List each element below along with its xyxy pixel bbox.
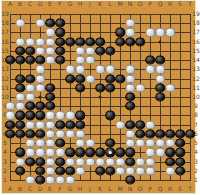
column-label-bottom: C bbox=[28, 186, 32, 192]
black-stone bbox=[115, 37, 125, 46]
white-stone bbox=[15, 102, 25, 111]
white-stone bbox=[125, 19, 135, 28]
white-stone bbox=[55, 148, 65, 157]
white-stone bbox=[45, 166, 55, 175]
white-stone bbox=[65, 129, 75, 138]
column-label-bottom: L bbox=[108, 186, 111, 192]
black-stone bbox=[125, 92, 135, 101]
black-stone bbox=[75, 74, 85, 83]
black-stone bbox=[55, 28, 65, 37]
row-label-left: 16 bbox=[1, 39, 9, 45]
black-stone bbox=[155, 129, 165, 138]
row-label-right: 8 bbox=[194, 112, 198, 118]
white-stone bbox=[35, 83, 45, 92]
white-stone bbox=[145, 120, 155, 129]
row-label-left: 18 bbox=[1, 20, 9, 26]
white-stone bbox=[85, 139, 95, 148]
white-stone bbox=[35, 37, 45, 46]
black-stone bbox=[155, 56, 165, 65]
black-stone bbox=[105, 166, 115, 175]
black-stone bbox=[95, 46, 105, 55]
white-stone bbox=[75, 129, 85, 138]
column-label-bottom: H bbox=[78, 186, 83, 192]
column-label-bottom: D bbox=[38, 186, 43, 192]
black-stone bbox=[65, 37, 75, 46]
black-stone bbox=[15, 74, 25, 83]
black-stone bbox=[85, 148, 95, 157]
row-label-right: 16 bbox=[192, 39, 200, 45]
black-stone bbox=[175, 139, 185, 148]
black-stone bbox=[55, 46, 65, 55]
row-label-right: 15 bbox=[192, 48, 200, 54]
white-stone bbox=[65, 111, 75, 120]
white-stone bbox=[25, 175, 35, 184]
black-stone bbox=[95, 83, 105, 92]
white-stone bbox=[75, 157, 85, 166]
white-stone bbox=[115, 166, 125, 175]
white-stone bbox=[45, 129, 55, 138]
black-stone bbox=[95, 37, 105, 46]
white-stone bbox=[25, 120, 35, 129]
white-stone bbox=[125, 166, 135, 175]
white-stone bbox=[25, 139, 35, 148]
black-stone bbox=[175, 157, 185, 166]
black-stone bbox=[155, 92, 165, 101]
row-label-right: 5 bbox=[194, 140, 198, 146]
white-stone bbox=[125, 139, 135, 148]
black-stone bbox=[105, 46, 115, 55]
column-label-bottom: F bbox=[58, 186, 61, 192]
row-label-right: 19 bbox=[192, 11, 200, 17]
black-stone bbox=[75, 83, 85, 92]
white-stone bbox=[85, 157, 95, 166]
row-label-left: 10 bbox=[1, 94, 9, 100]
column-label-top: C bbox=[28, 1, 32, 7]
white-stone bbox=[125, 83, 135, 92]
row-label-right: 10 bbox=[192, 94, 200, 100]
white-stone bbox=[45, 37, 55, 46]
black-stone bbox=[125, 37, 135, 46]
black-stone bbox=[75, 148, 85, 157]
white-stone bbox=[125, 65, 135, 74]
white-stone bbox=[25, 148, 35, 157]
column-label-top: B bbox=[18, 1, 22, 7]
white-stone bbox=[15, 157, 25, 166]
white-stone bbox=[155, 148, 165, 157]
row-label-right: 14 bbox=[192, 57, 200, 63]
column-label-top: E bbox=[48, 1, 52, 7]
black-stone bbox=[125, 102, 135, 111]
row-label-right: 13 bbox=[192, 66, 200, 72]
column-label-top: J bbox=[89, 1, 91, 7]
black-stone bbox=[125, 120, 135, 129]
black-stone bbox=[125, 148, 135, 157]
white-stone bbox=[15, 92, 25, 101]
black-stone bbox=[15, 148, 25, 157]
column-label-top: K bbox=[98, 1, 102, 7]
column-label-top: G bbox=[68, 1, 73, 7]
column-label-bottom: A bbox=[8, 186, 12, 192]
black-stone bbox=[35, 111, 45, 120]
column-label-bottom: B bbox=[18, 186, 22, 192]
column-label-bottom: K bbox=[98, 186, 102, 192]
column-label-top: H bbox=[78, 1, 83, 7]
row-label-left: 3 bbox=[3, 159, 7, 165]
white-stone bbox=[25, 92, 35, 101]
column-label-top: M bbox=[117, 1, 122, 7]
white-stone bbox=[15, 37, 25, 46]
white-stone bbox=[5, 111, 15, 120]
black-stone bbox=[15, 46, 25, 55]
grid-line-vertical bbox=[190, 14, 191, 181]
black-stone bbox=[135, 120, 145, 129]
black-stone bbox=[55, 166, 65, 175]
black-stone bbox=[15, 56, 25, 65]
white-stone bbox=[145, 157, 155, 166]
column-label-bottom: G bbox=[68, 186, 73, 192]
white-stone bbox=[135, 83, 145, 92]
white-stone bbox=[115, 157, 125, 166]
black-stone bbox=[15, 111, 25, 120]
black-stone bbox=[25, 74, 35, 83]
white-stone bbox=[45, 46, 55, 55]
column-label-bottom: S bbox=[178, 186, 182, 192]
white-stone bbox=[35, 19, 45, 28]
row-label-left: 13 bbox=[1, 66, 9, 72]
white-stone bbox=[35, 46, 45, 55]
column-label-top: Q bbox=[158, 1, 163, 7]
column-label-bottom: E bbox=[48, 186, 52, 192]
white-stone bbox=[75, 166, 85, 175]
black-stone bbox=[145, 129, 155, 138]
white-stone bbox=[125, 28, 135, 37]
black-stone bbox=[55, 157, 65, 166]
black-stone bbox=[15, 129, 25, 138]
black-stone bbox=[15, 120, 25, 129]
white-stone bbox=[165, 166, 175, 175]
black-stone bbox=[35, 102, 45, 111]
black-stone bbox=[105, 139, 115, 148]
black-stone bbox=[55, 139, 65, 148]
white-stone bbox=[75, 46, 85, 55]
black-stone bbox=[25, 111, 35, 120]
white-stone bbox=[165, 28, 175, 37]
row-label-left: 4 bbox=[3, 149, 7, 155]
black-stone bbox=[55, 120, 65, 129]
column-label-top: N bbox=[128, 1, 133, 7]
black-stone bbox=[65, 74, 75, 83]
column-label-top: A bbox=[8, 1, 12, 7]
black-stone bbox=[15, 166, 25, 175]
black-stone bbox=[125, 175, 135, 184]
row-label-right: 18 bbox=[192, 20, 200, 26]
star-point bbox=[39, 95, 42, 98]
white-stone bbox=[65, 157, 75, 166]
white-stone bbox=[45, 148, 55, 157]
black-stone bbox=[25, 56, 35, 65]
white-stone bbox=[115, 120, 125, 129]
white-stone bbox=[15, 19, 25, 28]
black-stone bbox=[95, 148, 105, 157]
white-stone bbox=[45, 111, 55, 120]
black-stone bbox=[75, 37, 85, 46]
white-stone bbox=[135, 166, 145, 175]
white-stone bbox=[165, 83, 175, 92]
white-stone bbox=[35, 148, 45, 157]
black-stone bbox=[105, 83, 115, 92]
row-label-right: 3 bbox=[194, 159, 198, 165]
row-label-left: 17 bbox=[1, 29, 9, 35]
row-label-left: 11 bbox=[1, 85, 9, 91]
row-label-right: 11 bbox=[192, 85, 200, 91]
black-stone bbox=[165, 129, 175, 138]
row-label-right: 7 bbox=[194, 122, 198, 128]
white-stone bbox=[85, 74, 95, 83]
row-label-right: 1 bbox=[194, 177, 198, 183]
black-stone bbox=[35, 157, 45, 166]
column-label-top: P bbox=[148, 1, 152, 7]
white-stone bbox=[45, 120, 55, 129]
column-label-bottom: T bbox=[188, 186, 192, 192]
white-stone bbox=[155, 139, 165, 148]
black-stone bbox=[185, 129, 195, 138]
white-stone bbox=[65, 65, 75, 74]
black-stone bbox=[105, 111, 115, 120]
white-stone bbox=[135, 157, 145, 166]
star-point bbox=[99, 95, 102, 98]
black-stone bbox=[25, 129, 35, 138]
white-stone bbox=[135, 139, 145, 148]
white-stone bbox=[105, 157, 115, 166]
row-label-right: 12 bbox=[192, 76, 200, 82]
column-label-top: T bbox=[188, 1, 192, 7]
column-label-top: R bbox=[168, 1, 172, 7]
white-stone bbox=[45, 56, 55, 65]
black-stone bbox=[75, 111, 85, 120]
black-stone bbox=[155, 83, 165, 92]
column-label-bottom: P bbox=[148, 186, 152, 192]
white-stone bbox=[25, 37, 35, 46]
column-label-top: S bbox=[178, 1, 182, 7]
black-stone bbox=[135, 37, 145, 46]
black-stone bbox=[35, 175, 45, 184]
white-stone bbox=[85, 56, 95, 65]
white-stone bbox=[125, 129, 135, 138]
white-stone bbox=[75, 65, 85, 74]
black-stone bbox=[5, 120, 15, 129]
column-label-bottom: M bbox=[117, 186, 122, 192]
row-label-left: 12 bbox=[1, 76, 9, 82]
black-stone bbox=[105, 148, 115, 157]
row-label-right: 4 bbox=[194, 149, 198, 155]
black-stone bbox=[25, 102, 35, 111]
black-stone bbox=[45, 19, 55, 28]
row-label-right: 17 bbox=[192, 29, 200, 35]
white-stone bbox=[55, 129, 65, 138]
column-label-top: O bbox=[138, 1, 143, 7]
star-point bbox=[159, 40, 162, 43]
white-stone bbox=[95, 65, 105, 74]
black-stone bbox=[45, 102, 55, 111]
black-stone bbox=[55, 56, 65, 65]
white-stone bbox=[35, 74, 45, 83]
black-stone bbox=[95, 166, 105, 175]
go-board-screen: AA1919BB1818CC1717DD1616EE1515FF1414GG13… bbox=[0, 0, 200, 195]
row-label-left: 15 bbox=[1, 48, 9, 54]
row-label-left: 1 bbox=[3, 177, 7, 183]
white-stone bbox=[75, 56, 85, 65]
column-label-top: L bbox=[108, 1, 111, 7]
row-label-left: 19 bbox=[1, 11, 9, 17]
black-stone bbox=[35, 56, 45, 65]
black-stone bbox=[135, 129, 145, 138]
black-stone bbox=[165, 148, 175, 157]
white-stone bbox=[55, 175, 65, 184]
black-stone bbox=[115, 74, 125, 83]
black-stone bbox=[175, 129, 185, 138]
row-label-left: 5 bbox=[3, 140, 7, 146]
white-stone bbox=[45, 157, 55, 166]
white-stone bbox=[155, 65, 165, 74]
black-stone bbox=[125, 157, 135, 166]
black-stone bbox=[55, 37, 65, 46]
black-stone bbox=[45, 92, 55, 101]
white-stone bbox=[165, 139, 175, 148]
black-stone bbox=[35, 166, 45, 175]
white-stone bbox=[35, 120, 45, 129]
black-stone bbox=[5, 129, 15, 138]
white-stone bbox=[145, 166, 155, 175]
column-label-bottom: N bbox=[128, 186, 133, 192]
black-stone bbox=[175, 148, 185, 157]
white-stone bbox=[85, 46, 95, 55]
white-stone bbox=[95, 157, 105, 166]
column-label-top: D bbox=[38, 1, 43, 7]
last-move-marker bbox=[109, 151, 112, 154]
black-stone bbox=[115, 148, 125, 157]
white-stone bbox=[45, 28, 55, 37]
black-stone bbox=[25, 46, 35, 55]
white-stone bbox=[25, 83, 35, 92]
black-stone bbox=[65, 166, 75, 175]
black-stone bbox=[45, 83, 55, 92]
black-stone bbox=[25, 157, 35, 166]
white-stone bbox=[145, 139, 155, 148]
white-stone bbox=[125, 74, 135, 83]
white-stone bbox=[55, 111, 65, 120]
black-stone bbox=[65, 148, 75, 157]
black-stone bbox=[75, 120, 85, 129]
black-stone bbox=[65, 120, 75, 129]
white-stone bbox=[145, 148, 155, 157]
black-stone bbox=[15, 83, 25, 92]
black-stone bbox=[55, 19, 65, 28]
white-stone bbox=[145, 65, 155, 74]
black-stone bbox=[145, 56, 155, 65]
white-stone bbox=[5, 102, 15, 111]
row-label-right: 2 bbox=[194, 168, 198, 174]
black-stone bbox=[5, 56, 15, 65]
black-stone bbox=[175, 166, 185, 175]
row-label-right: 9 bbox=[194, 103, 198, 109]
white-stone bbox=[155, 28, 165, 37]
row-label-left: 2 bbox=[3, 168, 7, 174]
column-label-top: F bbox=[58, 1, 61, 7]
column-label-bottom: R bbox=[168, 186, 172, 192]
white-stone bbox=[155, 74, 165, 83]
black-stone bbox=[165, 157, 175, 166]
white-stone bbox=[35, 65, 45, 74]
column-label-bottom: J bbox=[89, 186, 91, 192]
white-stone bbox=[35, 139, 45, 148]
white-stone bbox=[75, 139, 85, 148]
white-stone bbox=[45, 175, 55, 184]
black-stone bbox=[35, 129, 45, 138]
column-label-bottom: Q bbox=[158, 186, 163, 192]
black-stone bbox=[115, 28, 125, 37]
white-stone bbox=[105, 65, 115, 74]
white-stone bbox=[145, 28, 155, 37]
column-label-bottom: O bbox=[138, 186, 143, 192]
white-stone bbox=[45, 139, 55, 148]
black-stone bbox=[105, 74, 115, 83]
black-stone bbox=[85, 37, 95, 46]
white-stone bbox=[65, 175, 75, 184]
